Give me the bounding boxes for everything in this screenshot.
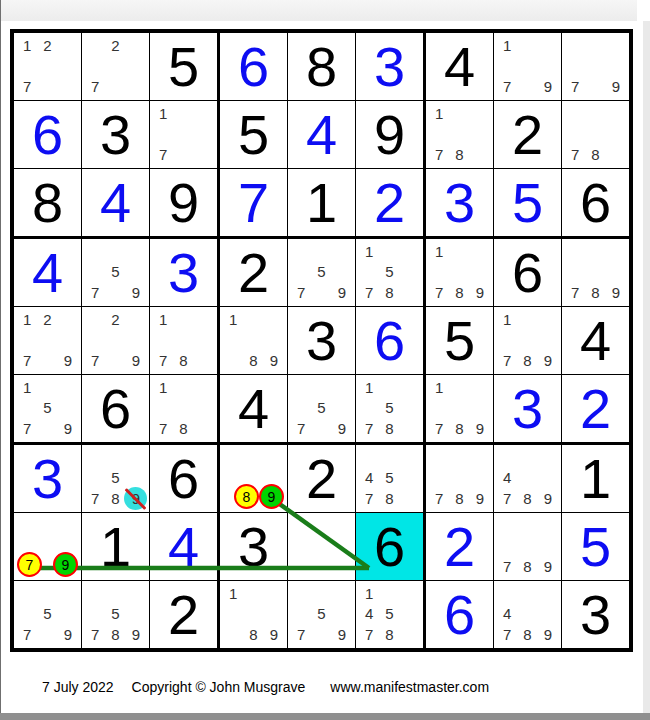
empty-slot	[259, 447, 284, 466]
big-digit: 2	[444, 519, 475, 575]
empty-slot	[291, 241, 311, 262]
footer-caption: 7 July 2022Copyright © John Musgravewww.…	[42, 679, 489, 695]
empty-slot	[17, 398, 37, 419]
empty-slot	[332, 583, 352, 604]
candidate-7: 7	[85, 76, 105, 97]
empty-slot	[470, 398, 490, 419]
cell-r1c5[interactable]: 8	[288, 33, 356, 101]
cell-r8c6[interactable]: 6	[356, 513, 426, 581]
cell-r3c8[interactable]: 5	[494, 169, 562, 239]
cell-r3c5[interactable]: 1	[288, 169, 356, 239]
cell-r8c7[interactable]: 2	[426, 513, 494, 581]
big-digit: 6	[580, 175, 611, 231]
cell-r2c6[interactable]: 9	[356, 101, 426, 169]
cell-r5c4[interactable]: 189	[220, 307, 288, 375]
empty-slot	[379, 447, 399, 468]
candidate-grid	[288, 513, 355, 580]
empty-slot	[538, 515, 558, 536]
candidate-8: 8	[517, 350, 537, 371]
candidate-5: 5	[379, 604, 399, 625]
candidate-2: 2	[37, 35, 57, 56]
candidate-8: 8	[379, 418, 399, 439]
big-digit: 3	[374, 39, 405, 95]
empty-slot	[105, 76, 125, 97]
candidate-7: 7	[17, 76, 37, 97]
cell-r6c6[interactable]: 1578	[356, 375, 426, 445]
cell-r1c4[interactable]: 6	[220, 33, 288, 101]
empty-slot	[223, 604, 243, 625]
empty-slot	[223, 484, 234, 509]
empty-slot	[497, 330, 517, 351]
cell-r5c9[interactable]: 4	[562, 307, 629, 375]
circled-candidate-8: 8	[234, 484, 259, 509]
candidate-1: 1	[153, 309, 173, 330]
empty-slot	[400, 468, 420, 489]
cell-r3c7[interactable]: 3	[426, 169, 494, 239]
cell-r6c1[interactable]: 1579	[14, 375, 82, 445]
cell-r7c9[interactable]: 1	[562, 445, 629, 513]
empty-slot	[538, 309, 558, 330]
cell-r9c9[interactable]: 3	[562, 581, 629, 648]
empty-slot	[585, 56, 605, 77]
candidate-9: 9	[538, 556, 558, 577]
empty-slot	[497, 536, 517, 557]
cell-r5c1[interactable]: 1279	[14, 307, 82, 375]
cell-r2c4[interactable]: 5	[220, 101, 288, 169]
empty-slot	[234, 466, 259, 485]
empty-slot	[194, 144, 214, 165]
empty-slot	[449, 262, 469, 283]
candidate-grid: 89	[220, 445, 287, 512]
empty-slot	[37, 583, 57, 604]
empty-slot	[173, 124, 193, 145]
candidate-4: 4	[497, 604, 517, 625]
candidate-1: 1	[223, 583, 243, 604]
candidate-7: 7	[359, 282, 379, 303]
big-digit: 6	[238, 39, 269, 95]
empty-slot	[85, 468, 105, 489]
empty-slot	[585, 35, 605, 56]
empty-slot	[243, 583, 263, 604]
big-digit: 4	[580, 313, 611, 369]
cell-r7c1[interactable]: 3	[14, 445, 82, 513]
candidate-8: 8	[449, 144, 469, 165]
candidate-7: 7	[565, 76, 585, 97]
empty-slot	[42, 534, 53, 553]
empty-slot	[565, 56, 585, 77]
cell-r6c3[interactable]: 178	[150, 375, 220, 445]
candidate-grid: 14578	[356, 581, 423, 648]
candidate-9: 9	[332, 282, 352, 303]
cell-r3c6[interactable]: 2	[356, 169, 426, 239]
candidate-9: 9	[126, 282, 146, 303]
cell-r8c2[interactable]: 1	[82, 513, 150, 581]
candidate-grid: 179	[494, 33, 561, 100]
big-digit: 2	[238, 245, 269, 301]
empty-slot	[105, 583, 125, 604]
cell-r1c6[interactable]: 3	[356, 33, 426, 101]
candidate-7: 7	[497, 556, 517, 577]
candidate-7: 7	[17, 418, 37, 439]
cell-r4c3[interactable]: 3	[150, 239, 220, 307]
candidate-8: 8	[379, 624, 399, 645]
cell-r4c9[interactable]: 789	[562, 239, 629, 307]
empty-slot	[585, 241, 605, 262]
empty-slot	[497, 515, 517, 536]
big-digit: 6	[32, 107, 63, 163]
candidate-grid: 178	[150, 307, 217, 374]
empty-slot	[538, 56, 558, 77]
empty-slot	[400, 583, 420, 604]
cell-r4c6[interactable]: 1578	[356, 239, 426, 307]
cell-r6c2[interactable]: 6	[82, 375, 150, 445]
cell-r8c4[interactable]: 3	[220, 513, 288, 581]
cell-r2c9[interactable]: 78	[562, 101, 629, 169]
big-digit: 3	[100, 107, 131, 163]
empty-slot	[538, 604, 558, 625]
candidate-grid: 27	[82, 33, 149, 100]
cell-r5c5[interactable]: 3	[288, 307, 356, 375]
candidate-7: 7	[85, 624, 105, 645]
cell-r4c8[interactable]: 6	[494, 239, 562, 307]
empty-slot	[58, 398, 78, 419]
cell-r5c2[interactable]: 279	[82, 307, 150, 375]
empty-slot	[37, 56, 57, 77]
circled-candidate-9: 9	[259, 484, 284, 509]
empty-slot	[291, 556, 311, 577]
cell-r3c1[interactable]: 8	[14, 169, 82, 239]
cell-r3c9[interactable]: 6	[562, 169, 629, 239]
cell-r5c3[interactable]: 178	[150, 307, 220, 375]
candidate-grid: 5789	[82, 581, 149, 648]
empty-slot	[449, 241, 469, 262]
empty-slot	[517, 56, 537, 77]
cell-r6c9[interactable]: 2	[562, 375, 629, 445]
empty-slot	[400, 398, 420, 419]
empty-slot	[17, 604, 37, 625]
candidate-grid: 1279	[14, 307, 81, 374]
big-digit: 2	[512, 107, 543, 163]
empty-slot	[429, 468, 449, 489]
candidate-9: 9	[58, 418, 78, 439]
empty-slot	[585, 262, 605, 283]
empty-slot	[37, 377, 57, 398]
candidate-grid: 579	[288, 239, 355, 306]
empty-slot	[400, 604, 420, 625]
cell-r9c2[interactable]: 5789	[82, 581, 150, 648]
candidate-7: 7	[429, 488, 449, 509]
big-digit: 7	[238, 175, 269, 231]
empty-slot	[173, 103, 193, 124]
candidate-8: 8	[517, 556, 537, 577]
cell-r4c7[interactable]: 1789	[426, 239, 494, 307]
cell-r2c1[interactable]: 6	[14, 101, 82, 169]
candidate-grid: 279	[82, 307, 149, 374]
cell-r9c3[interactable]: 2	[150, 581, 220, 648]
candidate-grid: 579	[82, 239, 149, 306]
empty-slot	[400, 262, 420, 283]
empty-slot	[259, 466, 284, 485]
candidate-1: 1	[497, 35, 517, 56]
cell-r6c4[interactable]: 4	[220, 375, 288, 445]
sudoku-board: 1272756834179796317549178278849712356457…	[10, 29, 633, 652]
empty-slot	[400, 418, 420, 439]
empty-slot	[400, 377, 420, 398]
cell-r5c8[interactable]: 1789	[494, 307, 562, 375]
candidate-4: 4	[497, 468, 517, 489]
cell-r7c5[interactable]: 2	[288, 445, 356, 513]
candidate-7: 7	[359, 624, 379, 645]
cell-r7c7[interactable]: 789	[426, 445, 494, 513]
big-digit: 5	[238, 107, 269, 163]
cell-r4c5[interactable]: 579	[288, 239, 356, 307]
empty-slot	[400, 624, 420, 645]
empty-slot	[538, 330, 558, 351]
empty-slot	[379, 377, 399, 398]
candidate-2: 2	[105, 35, 125, 56]
empty-slot	[379, 583, 399, 604]
cell-r4c1[interactable]: 4	[14, 239, 82, 307]
candidate-slot-9: 9	[53, 552, 78, 577]
candidate-7: 7	[497, 488, 517, 509]
big-digit: 4	[306, 107, 337, 163]
empty-slot	[58, 330, 78, 351]
candidate-9: 9	[126, 350, 146, 371]
candidate-9: 9	[470, 488, 490, 509]
empty-slot	[517, 583, 537, 604]
empty-slot	[311, 282, 331, 303]
candidate-grid: 17	[150, 101, 217, 168]
cell-r7c2[interactable]: 5789	[82, 445, 150, 513]
empty-slot	[126, 468, 146, 489]
candidate-9: 9	[606, 282, 626, 303]
candidate-1: 1	[359, 241, 379, 262]
cell-r7c3[interactable]: 6	[150, 445, 220, 513]
candidate-7: 7	[153, 350, 173, 371]
empty-slot	[359, 447, 379, 468]
empty-slot	[85, 604, 105, 625]
big-digit: 5	[580, 519, 611, 575]
big-digit: 6	[168, 451, 199, 507]
cell-r2c7[interactable]: 178	[426, 101, 494, 169]
empty-slot	[517, 35, 537, 56]
candidate-5: 5	[105, 468, 125, 489]
empty-slot	[400, 282, 420, 303]
empty-slot	[194, 350, 214, 371]
cell-r9c8[interactable]: 4789	[494, 581, 562, 648]
cell-r4c4[interactable]: 2	[220, 239, 288, 307]
empty-slot	[517, 468, 537, 489]
cell-r9c4[interactable]: 189	[220, 581, 288, 648]
candidate-8: 8	[105, 624, 125, 645]
empty-slot	[58, 377, 78, 398]
cell-r9c5[interactable]: 579	[288, 581, 356, 648]
cell-r8c3[interactable]: 4	[150, 513, 220, 581]
big-digit: 8	[306, 39, 337, 95]
candidate-9: 9	[332, 624, 352, 645]
cell-r1c9[interactable]: 79	[562, 33, 629, 101]
empty-slot	[264, 583, 284, 604]
big-digit: 4	[238, 381, 269, 437]
cell-r9c1[interactable]: 579	[14, 581, 82, 648]
cell-r5c6[interactable]: 6	[356, 307, 426, 375]
candidate-9: 9	[538, 624, 558, 645]
big-digit: 2	[306, 451, 337, 507]
empty-slot	[538, 583, 558, 604]
cell-r7c6[interactable]: 4578	[356, 445, 426, 513]
candidate-5: 5	[379, 468, 399, 489]
cell-r9c6[interactable]: 14578	[356, 581, 426, 648]
empty-slot	[311, 583, 331, 604]
candidate-7: 7	[153, 144, 173, 165]
big-digit: 5	[168, 39, 199, 95]
big-digit: 3	[444, 175, 475, 231]
empty-slot	[585, 76, 605, 97]
cell-r1c1[interactable]: 127	[14, 33, 82, 101]
candidate-8: 8	[449, 418, 469, 439]
cell-r7c4[interactable]: 89	[220, 445, 288, 513]
candidate-5: 5	[37, 398, 57, 419]
candidate-8: 8	[517, 488, 537, 509]
empty-slot	[194, 398, 214, 419]
empty-slot	[538, 536, 558, 557]
empty-slot	[291, 583, 311, 604]
candidate-7: 7	[291, 418, 311, 439]
cell-r8c8[interactable]: 789	[494, 513, 562, 581]
candidate-slot-9: 9	[259, 484, 284, 509]
empty-slot	[42, 515, 53, 534]
cell-r1c3[interactable]: 5	[150, 33, 220, 101]
empty-slot	[517, 447, 537, 468]
cell-r2c5[interactable]: 4	[288, 101, 356, 169]
candidate-grid: 1789	[426, 375, 493, 442]
empty-slot	[400, 488, 420, 509]
cell-r6c7[interactable]: 1789	[426, 375, 494, 445]
empty-slot	[153, 330, 173, 351]
empty-slot	[470, 124, 490, 145]
empty-slot	[223, 624, 243, 645]
candidate-grid: 1579	[14, 375, 81, 442]
candidate-7: 7	[359, 488, 379, 509]
candidate-1: 1	[223, 309, 243, 330]
empty-slot	[311, 418, 331, 439]
candidate-8: 8	[243, 624, 263, 645]
candidate-grid: 4789	[494, 581, 561, 648]
empty-slot	[538, 35, 558, 56]
candidate-1: 1	[153, 103, 173, 124]
empty-slot	[517, 604, 537, 625]
candidate-grid: 1578	[356, 375, 423, 442]
candidate-7: 7	[497, 76, 517, 97]
cell-r2c2[interactable]: 3	[82, 101, 150, 169]
empty-slot	[126, 241, 146, 262]
empty-slot	[194, 124, 214, 145]
empty-slot	[291, 515, 311, 536]
empty-slot	[311, 556, 331, 577]
empty-slot	[126, 35, 146, 56]
candidate-grid: 789	[494, 513, 561, 580]
candidate-1: 1	[17, 35, 37, 56]
empty-slot	[17, 330, 37, 351]
cell-r6c8[interactable]: 3	[494, 375, 562, 445]
empty-slot	[332, 262, 352, 283]
candidate-8: 8	[585, 282, 605, 303]
cell-r8c9[interactable]: 5	[562, 513, 629, 581]
empty-slot	[234, 447, 259, 466]
big-digit: 3	[32, 451, 63, 507]
big-digit: 9	[374, 107, 405, 163]
empty-slot	[332, 377, 352, 398]
empty-slot	[565, 241, 585, 262]
cell-r1c8[interactable]: 179	[494, 33, 562, 101]
cell-r6c5[interactable]: 579	[288, 375, 356, 445]
empty-slot	[173, 330, 193, 351]
empty-slot	[379, 241, 399, 262]
cell-r8c5[interactable]	[288, 513, 356, 581]
empty-slot	[332, 536, 352, 557]
big-digit: 6	[444, 587, 475, 643]
empty-slot	[42, 552, 53, 577]
cell-r9c7[interactable]: 6	[426, 581, 494, 648]
empty-slot	[517, 330, 537, 351]
right-frame-strip	[643, 21, 650, 713]
empty-slot	[517, 76, 537, 97]
empty-slot	[311, 241, 331, 262]
cell-r2c3[interactable]: 17	[150, 101, 220, 169]
cell-r8c1[interactable]: 79	[14, 513, 82, 581]
cell-r1c2[interactable]: 27	[82, 33, 150, 101]
empty-slot	[400, 241, 420, 262]
candidate-7: 7	[85, 350, 105, 371]
candidate-grid: 78	[562, 101, 629, 168]
candidate-8: 8	[379, 282, 399, 303]
cell-r2c8[interactable]: 2	[494, 101, 562, 169]
cell-r4c2[interactable]: 579	[82, 239, 150, 307]
cell-r3c3[interactable]: 9	[150, 169, 220, 239]
candidate-7: 7	[429, 418, 449, 439]
candidate-grid: 579	[288, 375, 355, 442]
empty-slot	[173, 398, 193, 419]
empty-slot	[243, 309, 263, 330]
candidate-grid: 789	[426, 445, 493, 512]
cell-r3c2[interactable]: 4	[82, 169, 150, 239]
big-digit: 3	[238, 519, 269, 575]
empty-slot	[17, 583, 37, 604]
empty-slot	[85, 262, 105, 283]
candidate-slot-7: 7	[17, 552, 42, 577]
empty-slot	[429, 124, 449, 145]
empty-slot	[291, 536, 311, 557]
cell-r5c7[interactable]: 5	[426, 307, 494, 375]
candidate-1: 1	[359, 377, 379, 398]
empty-slot	[105, 350, 125, 371]
candidate-8: 8	[449, 282, 469, 303]
candidate-1: 1	[17, 377, 37, 398]
cell-r3c4[interactable]: 7	[220, 169, 288, 239]
cell-r1c7[interactable]: 4	[426, 33, 494, 101]
candidate-8: 8	[379, 488, 399, 509]
candidate-5: 5	[105, 604, 125, 625]
big-digit: 5	[512, 175, 543, 231]
empty-slot	[449, 377, 469, 398]
candidate-1: 1	[429, 241, 449, 262]
candidate-9: 9	[470, 418, 490, 439]
empty-slot	[497, 56, 517, 77]
big-digit: 2	[374, 175, 405, 231]
left-frame-line	[0, 0, 1, 713]
big-digit: 4	[100, 175, 131, 231]
cell-r7c8[interactable]: 4789	[494, 445, 562, 513]
